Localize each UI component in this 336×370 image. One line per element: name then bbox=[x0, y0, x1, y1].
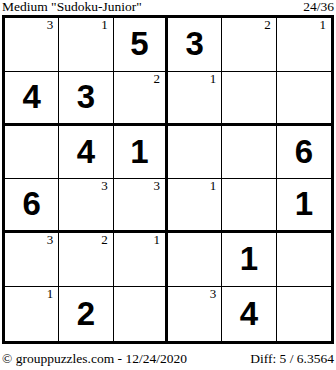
footer: © grouppuzzles.com - 12/24/2020 Diff: 5 … bbox=[2, 351, 334, 369]
corner-pencil-mark: 1 bbox=[319, 18, 326, 32]
cell-r1c2[interactable]: 1 bbox=[59, 18, 113, 72]
corner-pencil-mark: 1 bbox=[210, 72, 217, 86]
cell-r5c1[interactable]: 3 bbox=[5, 233, 59, 287]
difficulty-text: Diff: 5 / 6.3564 bbox=[250, 351, 334, 367]
cell-r5c2[interactable]: 2 bbox=[59, 233, 113, 287]
corner-pencil-mark: 2 bbox=[264, 18, 271, 32]
cell-r6c6[interactable] bbox=[277, 287, 331, 341]
sudoku-board: 31532143214166331132111234 bbox=[2, 15, 334, 344]
corner-pencil-mark: 2 bbox=[153, 72, 160, 86]
given-digit: 3 bbox=[77, 80, 95, 113]
puzzle-title: Medium "Sudoku-Junior" bbox=[2, 0, 142, 15]
cell-r6c2[interactable]: 2 bbox=[59, 287, 113, 341]
corner-pencil-mark: 3 bbox=[153, 179, 160, 193]
corner-pencil-mark: 3 bbox=[210, 287, 217, 301]
cell-r3c4[interactable] bbox=[168, 126, 222, 180]
cell-r4c1[interactable]: 6 bbox=[5, 179, 59, 233]
cell-r1c4[interactable]: 3 bbox=[168, 18, 222, 72]
cell-r1c6[interactable]: 1 bbox=[277, 18, 331, 72]
clue-counter: 24/36 bbox=[303, 0, 334, 15]
cell-r2c5[interactable] bbox=[222, 72, 276, 126]
cell-r2c3[interactable]: 2 bbox=[114, 72, 168, 126]
cell-r2c6[interactable] bbox=[277, 72, 331, 126]
given-digit: 1 bbox=[130, 135, 148, 168]
corner-pencil-mark: 3 bbox=[47, 18, 54, 32]
cell-r2c4[interactable]: 1 bbox=[168, 72, 222, 126]
cell-r4c3[interactable]: 3 bbox=[114, 179, 168, 233]
corner-pencil-mark: 1 bbox=[101, 18, 108, 32]
cell-r2c1[interactable]: 4 bbox=[5, 72, 59, 126]
given-digit: 1 bbox=[295, 187, 313, 220]
copyright-text: © grouppuzzles.com - 12/24/2020 bbox=[2, 351, 187, 367]
sudoku-junior-page: Medium "Sudoku-Junior" 24/36 31532143214… bbox=[0, 0, 336, 370]
cell-r5c5[interactable]: 1 bbox=[222, 233, 276, 287]
cell-r6c1[interactable]: 1 bbox=[5, 287, 59, 341]
cell-r6c3[interactable] bbox=[114, 287, 168, 341]
cell-r3c2[interactable]: 4 bbox=[59, 126, 113, 180]
given-digit: 3 bbox=[185, 27, 203, 60]
cell-r5c3[interactable]: 1 bbox=[114, 233, 168, 287]
corner-pencil-mark: 2 bbox=[101, 233, 108, 247]
cell-r4c5[interactable] bbox=[222, 179, 276, 233]
header: Medium "Sudoku-Junior" 24/36 bbox=[2, 0, 334, 15]
given-digit: 4 bbox=[22, 80, 40, 113]
cell-r6c4[interactable]: 3 bbox=[168, 287, 222, 341]
corner-pencil-mark: 3 bbox=[47, 233, 54, 247]
cell-r3c6[interactable]: 6 bbox=[277, 126, 331, 180]
given-digit: 4 bbox=[77, 135, 95, 168]
given-digit: 1 bbox=[240, 242, 258, 275]
cell-r4c6[interactable]: 1 bbox=[277, 179, 331, 233]
cell-r5c4[interactable] bbox=[168, 233, 222, 287]
cell-r2c2[interactable]: 3 bbox=[59, 72, 113, 126]
cell-r4c4[interactable]: 1 bbox=[168, 179, 222, 233]
given-digit: 4 bbox=[240, 297, 258, 330]
cell-r3c5[interactable] bbox=[222, 126, 276, 180]
cell-r1c3[interactable]: 5 bbox=[114, 18, 168, 72]
corner-pencil-mark: 3 bbox=[101, 179, 108, 193]
cell-r4c2[interactable]: 3 bbox=[59, 179, 113, 233]
corner-pencil-mark: 1 bbox=[47, 287, 54, 301]
cell-r1c1[interactable]: 3 bbox=[5, 18, 59, 72]
corner-pencil-mark: 1 bbox=[210, 179, 217, 193]
cell-r5c6[interactable] bbox=[277, 233, 331, 287]
cell-r3c1[interactable] bbox=[5, 126, 59, 180]
cell-r6c5[interactable]: 4 bbox=[222, 287, 276, 341]
given-digit: 6 bbox=[22, 187, 40, 220]
given-digit: 2 bbox=[77, 297, 95, 330]
given-digit: 6 bbox=[295, 135, 313, 168]
cell-r1c5[interactable]: 2 bbox=[222, 18, 276, 72]
cell-r3c3[interactable]: 1 bbox=[114, 126, 168, 180]
given-digit: 5 bbox=[130, 27, 148, 60]
corner-pencil-mark: 1 bbox=[153, 233, 160, 247]
